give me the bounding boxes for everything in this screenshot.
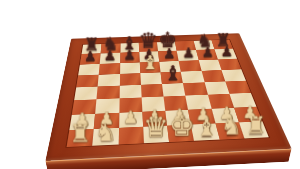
square-e2: ♟: [165, 109, 191, 125]
square-e1: ♚: [167, 124, 194, 142]
square-c1: [118, 127, 144, 145]
square-b3: [95, 99, 119, 114]
square-h5: [221, 69, 246, 81]
piece-white-pawn: ♟: [74, 111, 89, 128]
board-grid: ♜♞♝♛♚♞♜♟♟♟♟♟♟♟♟♝♝♟♟♟♟♟♟♟♟♜♞♛♚♝♞♜: [67, 40, 269, 147]
board-front-edge: [46, 149, 292, 169]
square-c2: ♟: [119, 111, 143, 127]
square-d5: [140, 72, 162, 85]
square-g1: ♞: [215, 122, 244, 139]
piece-black-bishop: ♝: [164, 63, 182, 83]
square-e4: [162, 83, 186, 97]
square-e6: [159, 61, 181, 73]
piece-white-pawn: ♟: [147, 108, 162, 125]
chess-board: ♜♞♝♛♚♞♜♟♟♟♟♟♟♟♟♝♝♟♟♟♟♟♟♟♟♜♞♛♚♝♞♜: [46, 33, 292, 161]
square-a1: ♜: [67, 129, 94, 147]
board-frame: ♜♞♝♛♚♞♜♟♟♟♟♟♟♟♟♝♝♟♟♟♟♟♟♟♟♜♞♛♚♝♞♜: [46, 33, 292, 161]
piece-white-queen: ♛: [144, 113, 170, 142]
square-e3: [164, 96, 189, 111]
square-a3: [72, 99, 97, 114]
square-a4: [74, 87, 98, 101]
square-h2: ♟: [234, 106, 263, 122]
piece-white-pawn: ♟: [219, 105, 234, 122]
piece-white-pawn: ♟: [195, 106, 210, 123]
square-b2: ♟: [94, 112, 119, 128]
square-d6: ♝: [140, 61, 161, 73]
square-e5: ♝: [161, 72, 184, 84]
piece-black-rook: ♜: [83, 35, 99, 53]
square-b5: [98, 74, 120, 87]
square-c4: [119, 85, 141, 99]
square-c5: [119, 73, 140, 86]
piece-black-queen: ♛: [139, 30, 158, 51]
square-b4: [97, 86, 120, 100]
square-h4: [225, 81, 251, 94]
square-f3: [186, 95, 211, 110]
square-h3: [229, 93, 256, 107]
square-d2: ♟: [142, 110, 167, 126]
square-b8: ♞: [101, 43, 120, 53]
square-d1: ♛: [143, 126, 169, 144]
square-a5: [76, 75, 99, 88]
square-h1: ♜: [239, 121, 269, 138]
chess-set-photo: ♜♞♝♛♚♞♜♟♟♟♟♟♟♟♟♝♝♟♟♟♟♟♟♟♟♜♞♛♚♝♞♜: [0, 0, 300, 169]
square-h6: [218, 59, 242, 70]
piece-black-knight: ♞: [102, 35, 118, 53]
piece-black-king: ♚: [158, 29, 177, 50]
piece-white-pawn: ♟: [243, 104, 258, 121]
piece-white-pawn: ♟: [123, 109, 138, 126]
square-a6: [78, 64, 100, 76]
piece-black-rook: ♜: [216, 31, 232, 49]
piece-white-pawn: ♟: [99, 110, 114, 127]
square-a2: ♟: [69, 114, 95, 130]
square-c6: [120, 62, 141, 74]
square-b6: [99, 63, 120, 75]
square-d4: [141, 84, 164, 98]
piece-black-bishop: ♝: [122, 34, 138, 52]
piece-white-pawn: ♟: [171, 107, 186, 124]
square-b1: ♞: [93, 128, 119, 146]
board-left-edge: [46, 39, 73, 169]
square-c3: [119, 98, 142, 113]
square-d3: [141, 97, 165, 112]
